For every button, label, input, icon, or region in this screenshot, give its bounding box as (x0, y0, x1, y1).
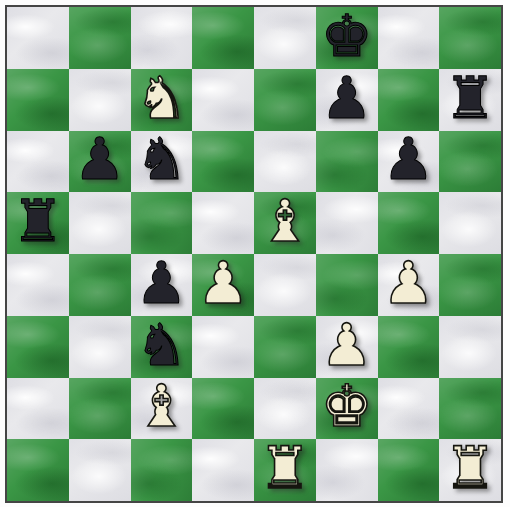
square-g7[interactable] (378, 69, 440, 131)
square-f8[interactable]: ♚ (316, 7, 378, 69)
square-b1[interactable] (69, 439, 131, 501)
square-f4[interactable] (316, 254, 378, 316)
board-frame: ♚♞♟♜♟♞♟♜♝♟♟♟♞♟♝♚♜♜ (5, 5, 503, 503)
square-g1[interactable] (378, 439, 440, 501)
square-c3[interactable]: ♞ (131, 316, 193, 378)
square-d5[interactable] (192, 192, 254, 254)
square-d1[interactable] (192, 439, 254, 501)
piece-black-rook: ♜ (444, 69, 496, 127)
chess-board: ♚♞♟♜♟♞♟♜♝♟♟♟♞♟♝♚♜♜ (7, 7, 501, 501)
square-e3[interactable] (254, 316, 316, 378)
square-h1[interactable]: ♜ (439, 439, 501, 501)
square-f6[interactable] (316, 131, 378, 193)
piece-white-bishop: ♝ (135, 377, 187, 435)
square-a1[interactable] (7, 439, 69, 501)
square-g6[interactable]: ♟ (378, 131, 440, 193)
square-e5[interactable]: ♝ (254, 192, 316, 254)
piece-white-king: ♚ (321, 377, 373, 435)
square-b3[interactable] (69, 316, 131, 378)
square-b2[interactable] (69, 378, 131, 440)
square-e1[interactable]: ♜ (254, 439, 316, 501)
piece-white-pawn: ♟ (382, 254, 434, 312)
piece-black-knight: ♞ (135, 130, 187, 188)
square-a3[interactable] (7, 316, 69, 378)
square-e4[interactable] (254, 254, 316, 316)
square-h4[interactable] (439, 254, 501, 316)
square-c8[interactable] (131, 7, 193, 69)
square-g5[interactable] (378, 192, 440, 254)
square-a8[interactable] (7, 7, 69, 69)
square-d4[interactable]: ♟ (192, 254, 254, 316)
square-f5[interactable] (316, 192, 378, 254)
piece-white-rook: ♜ (259, 439, 311, 497)
square-g4[interactable]: ♟ (378, 254, 440, 316)
piece-black-king: ♚ (321, 7, 373, 65)
square-f3[interactable]: ♟ (316, 316, 378, 378)
square-c6[interactable]: ♞ (131, 131, 193, 193)
square-d6[interactable] (192, 131, 254, 193)
square-e6[interactable] (254, 131, 316, 193)
square-e2[interactable] (254, 378, 316, 440)
square-f7[interactable]: ♟ (316, 69, 378, 131)
square-e7[interactable] (254, 69, 316, 131)
square-h7[interactable]: ♜ (439, 69, 501, 131)
square-g3[interactable] (378, 316, 440, 378)
piece-black-pawn: ♟ (135, 254, 187, 312)
square-c7[interactable]: ♞ (131, 69, 193, 131)
square-d3[interactable] (192, 316, 254, 378)
square-c1[interactable] (131, 439, 193, 501)
square-h8[interactable] (439, 7, 501, 69)
square-d7[interactable] (192, 69, 254, 131)
square-c2[interactable]: ♝ (131, 378, 193, 440)
square-h5[interactable] (439, 192, 501, 254)
piece-black-pawn: ♟ (382, 130, 434, 188)
square-a6[interactable] (7, 131, 69, 193)
square-h6[interactable] (439, 131, 501, 193)
square-g2[interactable] (378, 378, 440, 440)
square-b5[interactable] (69, 192, 131, 254)
piece-white-knight: ♞ (135, 69, 187, 127)
square-f2[interactable]: ♚ (316, 378, 378, 440)
square-h3[interactable] (439, 316, 501, 378)
square-f1[interactable] (316, 439, 378, 501)
square-c5[interactable] (131, 192, 193, 254)
piece-white-pawn: ♟ (197, 254, 249, 312)
piece-white-pawn: ♟ (321, 316, 373, 374)
square-g8[interactable] (378, 7, 440, 69)
square-b8[interactable] (69, 7, 131, 69)
square-a7[interactable] (7, 69, 69, 131)
square-e8[interactable] (254, 7, 316, 69)
square-b4[interactable] (69, 254, 131, 316)
square-b6[interactable]: ♟ (69, 131, 131, 193)
square-b7[interactable] (69, 69, 131, 131)
piece-black-pawn: ♟ (74, 130, 126, 188)
piece-white-rook: ♜ (444, 439, 496, 497)
square-a4[interactable] (7, 254, 69, 316)
square-d2[interactable] (192, 378, 254, 440)
piece-black-pawn: ♟ (321, 69, 373, 127)
piece-black-rook: ♜ (12, 192, 64, 250)
square-c4[interactable]: ♟ (131, 254, 193, 316)
piece-black-knight: ♞ (135, 316, 187, 374)
square-a5[interactable]: ♜ (7, 192, 69, 254)
square-h2[interactable] (439, 378, 501, 440)
piece-white-bishop: ♝ (259, 192, 311, 250)
square-d8[interactable] (192, 7, 254, 69)
square-a2[interactable] (7, 378, 69, 440)
